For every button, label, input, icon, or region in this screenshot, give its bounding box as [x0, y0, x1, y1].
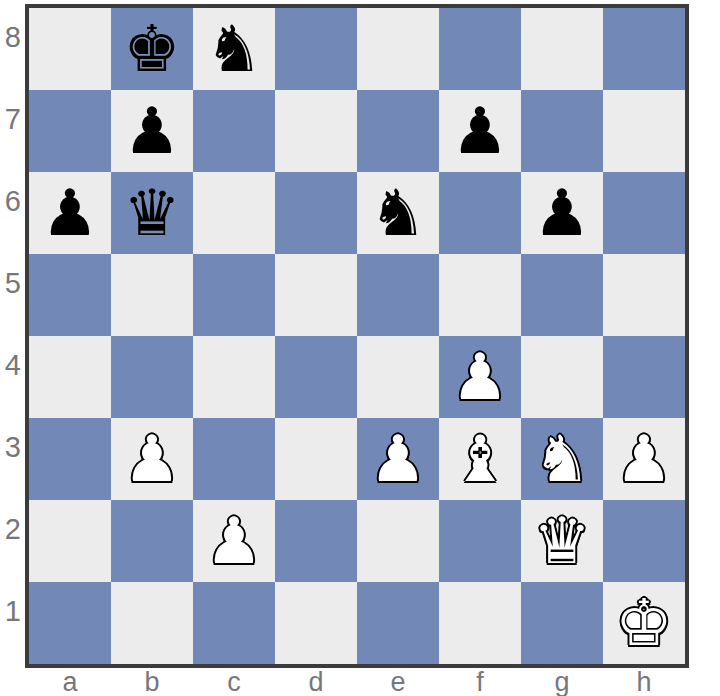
square-b5[interactable]	[111, 254, 193, 336]
file-label-g: g	[521, 668, 603, 696]
square-h1[interactable]: ♚	[603, 582, 685, 664]
square-f6[interactable]	[439, 172, 521, 254]
white-pawn[interactable]: ♟	[451, 336, 508, 418]
square-f4[interactable]: ♟	[439, 336, 521, 418]
file-label-e: e	[357, 668, 439, 696]
square-c6[interactable]	[193, 172, 275, 254]
black-pawn[interactable]: ♟	[123, 90, 180, 172]
square-a8[interactable]	[29, 8, 111, 90]
file-label-c: c	[193, 668, 275, 696]
square-b4[interactable]	[111, 336, 193, 418]
rank-label-7: 7	[0, 78, 21, 160]
square-c4[interactable]	[193, 336, 275, 418]
square-g7[interactable]	[521, 90, 603, 172]
square-d2[interactable]	[275, 500, 357, 582]
white-bishop[interactable]: ♝	[451, 418, 508, 500]
square-g1[interactable]	[521, 582, 603, 664]
file-labels: abcdefgh	[29, 668, 685, 696]
square-h7[interactable]	[603, 90, 685, 172]
file-label-d: d	[275, 668, 357, 696]
square-e5[interactable]	[357, 254, 439, 336]
file-label-a: a	[29, 668, 111, 696]
square-d8[interactable]	[275, 8, 357, 90]
square-e7[interactable]	[357, 90, 439, 172]
square-a6[interactable]: ♟	[29, 172, 111, 254]
square-h8[interactable]	[603, 8, 685, 90]
square-d4[interactable]	[275, 336, 357, 418]
file-label-f: f	[439, 668, 521, 696]
black-pawn[interactable]: ♟	[533, 172, 590, 254]
square-h5[interactable]	[603, 254, 685, 336]
rank-label-4: 4	[0, 324, 21, 406]
file-label-h: h	[603, 668, 685, 696]
rank-label-5: 5	[0, 242, 21, 324]
square-g5[interactable]	[521, 254, 603, 336]
square-f3[interactable]: ♝	[439, 418, 521, 500]
square-e4[interactable]	[357, 336, 439, 418]
square-b6[interactable]: ♛	[111, 172, 193, 254]
square-d7[interactable]	[275, 90, 357, 172]
square-c5[interactable]	[193, 254, 275, 336]
square-g3[interactable]: ♞	[521, 418, 603, 500]
square-b7[interactable]: ♟	[111, 90, 193, 172]
square-b1[interactable]	[111, 582, 193, 664]
square-c8[interactable]: ♞	[193, 8, 275, 90]
square-d5[interactable]	[275, 254, 357, 336]
chess-app-page: 87654321 ♚♞♟♟♟♛♞♟♟♟♟♝♞♟♟♛♚ abcdefgh	[0, 0, 720, 696]
black-queen[interactable]: ♛	[123, 172, 180, 254]
black-pawn[interactable]: ♟	[41, 172, 98, 254]
square-e8[interactable]	[357, 8, 439, 90]
square-d1[interactable]	[275, 582, 357, 664]
square-h2[interactable]	[603, 500, 685, 582]
black-knight[interactable]: ♞	[369, 172, 426, 254]
square-a1[interactable]	[29, 582, 111, 664]
square-b2[interactable]	[111, 500, 193, 582]
square-f7[interactable]: ♟	[439, 90, 521, 172]
square-h6[interactable]	[603, 172, 685, 254]
square-g8[interactable]	[521, 8, 603, 90]
chess-board: ♚♞♟♟♟♛♞♟♟♟♟♝♞♟♟♛♚	[25, 4, 689, 668]
white-pawn[interactable]: ♟	[615, 418, 672, 500]
square-a2[interactable]	[29, 500, 111, 582]
white-pawn[interactable]: ♟	[369, 418, 426, 500]
square-c2[interactable]: ♟	[193, 500, 275, 582]
square-f8[interactable]	[439, 8, 521, 90]
square-c3[interactable]	[193, 418, 275, 500]
rank-label-1: 1	[0, 570, 21, 652]
square-b3[interactable]: ♟	[111, 418, 193, 500]
black-pawn[interactable]: ♟	[451, 90, 508, 172]
square-c7[interactable]	[193, 90, 275, 172]
square-d3[interactable]	[275, 418, 357, 500]
rank-label-2: 2	[0, 488, 21, 570]
square-e1[interactable]	[357, 582, 439, 664]
square-c1[interactable]	[193, 582, 275, 664]
square-f1[interactable]	[439, 582, 521, 664]
square-e6[interactable]: ♞	[357, 172, 439, 254]
black-king[interactable]: ♚	[123, 8, 180, 90]
square-a5[interactable]	[29, 254, 111, 336]
square-a3[interactable]	[29, 418, 111, 500]
white-pawn[interactable]: ♟	[205, 500, 262, 582]
square-a7[interactable]	[29, 90, 111, 172]
square-b8[interactable]: ♚	[111, 8, 193, 90]
square-g2[interactable]: ♛	[521, 500, 603, 582]
square-e2[interactable]	[357, 500, 439, 582]
rank-label-8: 8	[0, 0, 21, 78]
square-d6[interactable]	[275, 172, 357, 254]
square-g4[interactable]	[521, 336, 603, 418]
square-a4[interactable]	[29, 336, 111, 418]
white-queen[interactable]: ♛	[533, 500, 590, 582]
rank-label-6: 6	[0, 160, 21, 242]
rank-labels: 87654321	[0, 8, 21, 664]
square-f2[interactable]	[439, 500, 521, 582]
square-g6[interactable]: ♟	[521, 172, 603, 254]
white-pawn[interactable]: ♟	[123, 418, 180, 500]
file-label-b: b	[111, 668, 193, 696]
white-king[interactable]: ♚	[615, 582, 672, 664]
white-knight[interactable]: ♞	[533, 418, 590, 500]
square-h4[interactable]	[603, 336, 685, 418]
rank-label-3: 3	[0, 406, 21, 488]
square-f5[interactable]	[439, 254, 521, 336]
square-h3[interactable]: ♟	[603, 418, 685, 500]
black-knight[interactable]: ♞	[205, 8, 262, 90]
square-e3[interactable]: ♟	[357, 418, 439, 500]
